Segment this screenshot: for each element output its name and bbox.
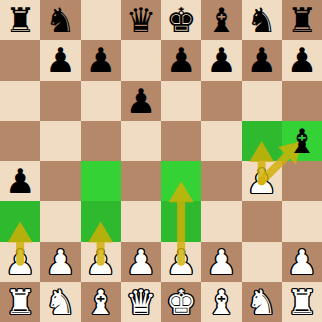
square-g8[interactable]: ♞ [242,0,282,40]
square-f5[interactable] [201,121,241,161]
white-knight[interactable]: ♞ [45,285,75,319]
black-pawn[interactable]: ♟ [287,43,317,77]
square-f6[interactable] [201,81,241,121]
black-pawn[interactable]: ♟ [206,43,236,77]
square-e4[interactable] [161,161,201,201]
square-f2[interactable]: ♟ [201,242,241,282]
square-h1[interactable]: ♜ [282,282,322,322]
square-h6[interactable] [282,81,322,121]
square-b1[interactable]: ♞ [40,282,80,322]
square-g3[interactable] [242,201,282,241]
square-d6[interactable]: ♟ [121,81,161,121]
square-a4[interactable]: ♟ [0,161,40,201]
square-g7[interactable]: ♟ [242,40,282,80]
square-c8[interactable] [81,0,121,40]
square-e1[interactable]: ♚ [161,282,201,322]
square-h3[interactable] [282,201,322,241]
square-f7[interactable]: ♟ [201,40,241,80]
square-a8[interactable]: ♜ [0,0,40,40]
square-h7[interactable]: ♟ [282,40,322,80]
black-pawn[interactable]: ♟ [166,43,196,77]
square-d2[interactable]: ♟ [121,242,161,282]
white-queen[interactable]: ♛ [126,285,156,319]
black-bishop[interactable]: ♝ [206,3,236,37]
white-bishop[interactable]: ♝ [85,285,115,319]
square-a3[interactable] [0,201,40,241]
square-d1[interactable]: ♛ [121,282,161,322]
square-f8[interactable]: ♝ [201,0,241,40]
square-d4[interactable] [121,161,161,201]
square-h5[interactable]: ♝ [282,121,322,161]
square-e2[interactable]: ♟ [161,242,201,282]
square-h8[interactable]: ♜ [282,0,322,40]
square-b3[interactable] [40,201,80,241]
white-bishop[interactable]: ♝ [206,285,236,319]
square-e8[interactable]: ♚ [161,0,201,40]
square-a1[interactable]: ♜ [0,282,40,322]
square-a2[interactable]: ♟ [0,242,40,282]
square-f3[interactable] [201,201,241,241]
square-f4[interactable] [201,161,241,201]
chess-board: ♜♞♛♚♝♞♜♟♟♟♟♟♟♟♝♟♟♟♟♟♟♟♟♟♜♞♝♛♚♝♞♜ [0,0,322,322]
square-g1[interactable]: ♞ [242,282,282,322]
square-a5[interactable] [0,121,40,161]
white-pawn[interactable]: ♟ [85,245,115,279]
white-pawn[interactable]: ♟ [45,245,75,279]
black-rook[interactable]: ♜ [287,3,317,37]
black-pawn[interactable]: ♟ [126,84,156,118]
black-king[interactable]: ♚ [166,3,196,37]
square-c2[interactable]: ♟ [81,242,121,282]
black-pawn[interactable]: ♟ [85,43,115,77]
square-a7[interactable] [0,40,40,80]
square-g4[interactable]: ♟ [242,161,282,201]
square-c6[interactable] [81,81,121,121]
square-e5[interactable] [161,121,201,161]
black-bishop[interactable]: ♝ [287,124,317,158]
square-g5[interactable] [242,121,282,161]
square-e6[interactable] [161,81,201,121]
white-pawn[interactable]: ♟ [166,245,196,279]
white-rook[interactable]: ♜ [5,285,35,319]
square-d8[interactable]: ♛ [121,0,161,40]
square-g2[interactable] [242,242,282,282]
white-king[interactable]: ♚ [166,285,196,319]
black-rook[interactable]: ♜ [5,3,35,37]
square-d5[interactable] [121,121,161,161]
black-pawn[interactable]: ♟ [45,43,75,77]
square-b6[interactable] [40,81,80,121]
square-g6[interactable] [242,81,282,121]
white-knight[interactable]: ♞ [246,285,276,319]
square-c5[interactable] [81,121,121,161]
white-rook[interactable]: ♜ [287,285,317,319]
white-pawn[interactable]: ♟ [5,245,35,279]
board-squares: ♜♞♛♚♝♞♜♟♟♟♟♟♟♟♝♟♟♟♟♟♟♟♟♟♜♞♝♛♚♝♞♜ [0,0,322,322]
square-c7[interactable]: ♟ [81,40,121,80]
square-b8[interactable]: ♞ [40,0,80,40]
square-d7[interactable] [121,40,161,80]
black-pawn[interactable]: ♟ [5,164,35,198]
black-knight[interactable]: ♞ [45,3,75,37]
square-c4[interactable] [81,161,121,201]
square-b5[interactable] [40,121,80,161]
black-knight[interactable]: ♞ [246,3,276,37]
square-c3[interactable] [81,201,121,241]
square-b7[interactable]: ♟ [40,40,80,80]
white-pawn[interactable]: ♟ [206,245,236,279]
white-pawn[interactable]: ♟ [246,164,276,198]
square-e7[interactable]: ♟ [161,40,201,80]
square-e3[interactable] [161,201,201,241]
square-c1[interactable]: ♝ [81,282,121,322]
black-queen[interactable]: ♛ [126,3,156,37]
square-h2[interactable]: ♟ [282,242,322,282]
black-pawn[interactable]: ♟ [246,43,276,77]
square-a6[interactable] [0,81,40,121]
square-h4[interactable] [282,161,322,201]
white-pawn[interactable]: ♟ [126,245,156,279]
white-pawn[interactable]: ♟ [287,245,317,279]
square-b4[interactable] [40,161,80,201]
square-d3[interactable] [121,201,161,241]
square-f1[interactable]: ♝ [201,282,241,322]
square-b2[interactable]: ♟ [40,242,80,282]
